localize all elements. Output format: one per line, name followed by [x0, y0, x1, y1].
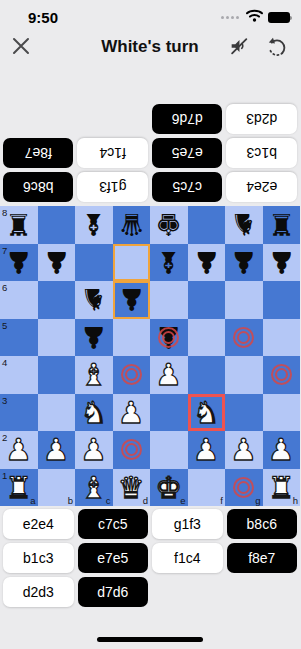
- file-label-f: f: [220, 495, 223, 506]
- black-bishop-e7[interactable]: ♝: [155, 244, 182, 281]
- reset-button[interactable]: [266, 35, 288, 60]
- move-button-b1c3-rotated[interactable]: b1c3: [227, 138, 298, 168]
- square-e2[interactable]: [150, 431, 188, 469]
- status-time: 9:50: [28, 9, 58, 26]
- rank-label-8: 8: [2, 207, 7, 218]
- white-bishop-c4[interactable]: ♝: [80, 356, 107, 393]
- square-h4[interactable]: [263, 356, 301, 394]
- move-button-d2d3[interactable]: d2d3: [3, 577, 74, 607]
- move-target-g5[interactable]: [233, 327, 254, 348]
- move-button-e2e4-rotated[interactable]: e2e4: [227, 172, 298, 202]
- mute-button[interactable]: [228, 35, 250, 60]
- black-pawn-g7[interactable]: ♟: [230, 244, 257, 281]
- square-g1[interactable]: g: [225, 469, 263, 507]
- square-b7[interactable]: ♟: [38, 244, 76, 282]
- square-a4[interactable]: 4: [0, 356, 38, 394]
- white-pawn-d3[interactable]: ♟: [118, 394, 145, 431]
- move-button-f8e7[interactable]: f8e7: [227, 543, 298, 573]
- square-d6[interactable]: ♟: [113, 281, 151, 319]
- white-king-e1[interactable]: ♚: [155, 469, 182, 506]
- square-b2[interactable]: ♟: [38, 431, 76, 469]
- square-g7[interactable]: ♟: [225, 244, 263, 282]
- move-button-g1f3-rotated[interactable]: g1f3: [78, 172, 149, 202]
- square-h2[interactable]: ♟: [263, 431, 301, 469]
- black-pawn-c5[interactable]: ♟: [80, 319, 107, 356]
- white-queen-d1[interactable]: ♛: [118, 469, 145, 506]
- square-a7[interactable]: 7♟: [0, 244, 38, 282]
- square-d7[interactable]: [113, 244, 151, 282]
- square-c2[interactable]: ♟: [75, 431, 113, 469]
- square-f8[interactable]: [188, 206, 226, 244]
- move-target-d2[interactable]: [121, 439, 142, 460]
- move-target-h4[interactable]: [271, 364, 292, 385]
- square-g8[interactable]: ♞: [225, 206, 263, 244]
- square-f5[interactable]: [188, 319, 226, 357]
- square-c6[interactable]: ♞: [75, 281, 113, 319]
- white-pawn-h2[interactable]: ♟: [268, 431, 295, 468]
- square-b1[interactable]: b: [38, 469, 76, 507]
- black-pawn-f7[interactable]: ♟: [193, 244, 220, 281]
- file-label-c: c: [106, 495, 111, 506]
- square-d5[interactable]: [113, 319, 151, 357]
- move-button-g1f3[interactable]: g1f3: [152, 509, 223, 539]
- square-d3[interactable]: ♟: [113, 394, 151, 432]
- square-f6[interactable]: [188, 281, 226, 319]
- reset-icon: [266, 35, 288, 60]
- black-pawn-b7[interactable]: ♟: [43, 244, 70, 281]
- white-knight-c3[interactable]: ♞: [80, 394, 107, 431]
- move-button-d7d6-rotated[interactable]: d7d6: [152, 104, 223, 134]
- black-queen-d8[interactable]: ♛: [118, 206, 145, 243]
- move-target-d4[interactable]: [121, 364, 142, 385]
- square-c3[interactable]: ♞: [75, 394, 113, 432]
- white-rook-h1[interactable]: ♜: [268, 469, 295, 506]
- rank-label-3: 3: [2, 395, 7, 406]
- rank-label-2: 2: [2, 432, 7, 443]
- move-button-d2d3-rotated[interactable]: d2d3: [227, 104, 298, 134]
- black-knight-c6[interactable]: ♞: [80, 281, 107, 318]
- square-b6[interactable]: [38, 281, 76, 319]
- square-h6[interactable]: [263, 281, 301, 319]
- home-indicator[interactable]: [97, 637, 203, 642]
- square-b5[interactable]: [38, 319, 76, 357]
- rank-label-4: 4: [2, 357, 7, 368]
- white-pawn-b2[interactable]: ♟: [43, 431, 70, 468]
- square-g6[interactable]: [225, 281, 263, 319]
- close-button[interactable]: [12, 37, 30, 58]
- square-c4[interactable]: ♝: [75, 356, 113, 394]
- status-bar: 9:50: [0, 0, 300, 28]
- file-label-b: b: [68, 495, 73, 506]
- cellular-signal-dots-icon: [221, 16, 239, 19]
- rank-label-1: 1: [2, 470, 7, 481]
- square-h8[interactable]: ♜: [263, 206, 301, 244]
- black-bishop-c8[interactable]: ♝: [80, 206, 107, 243]
- move-button-b8c6[interactable]: b8c6: [227, 509, 298, 539]
- square-g2[interactable]: ♟: [225, 431, 263, 469]
- white-bishop-c1[interactable]: ♝: [80, 469, 107, 506]
- square-e4[interactable]: ♟: [150, 356, 188, 394]
- white-pawn-e4[interactable]: ♟: [155, 356, 182, 393]
- white-pawn-f2[interactable]: ♟: [193, 431, 220, 468]
- battery-icon: [268, 12, 290, 23]
- rank-label-7: 7: [2, 245, 7, 256]
- chess-board: 8♜♝♛♚♞♜7♟♟♝♟♟♟6♞♟5♟♟4♝♟3♞♟♞2♟♟♟♟♟♟1a♜bc♝…: [0, 206, 300, 506]
- square-f4[interactable]: [188, 356, 226, 394]
- black-knight-g8[interactable]: ♞: [230, 206, 257, 243]
- square-a1[interactable]: 1a♜: [0, 469, 38, 507]
- square-g4[interactable]: [225, 356, 263, 394]
- square-d2[interactable]: [113, 431, 151, 469]
- rank-label-6: 6: [2, 282, 7, 293]
- white-rook-a1[interactable]: ♜: [5, 469, 32, 506]
- square-f2[interactable]: ♟: [188, 431, 226, 469]
- black-king-e8[interactable]: ♚: [155, 206, 182, 243]
- move-button-d7d6[interactable]: d7d6: [78, 577, 149, 607]
- rank-label-5: 5: [2, 320, 7, 331]
- square-d1[interactable]: d♛: [113, 469, 151, 507]
- status-icons: [221, 8, 290, 26]
- file-label-e: e: [180, 495, 185, 506]
- move-target-g1[interactable]: [233, 477, 254, 498]
- square-d4[interactable]: [113, 356, 151, 394]
- file-label-h: h: [293, 495, 298, 506]
- square-f7[interactable]: ♟: [188, 244, 226, 282]
- square-h1[interactable]: h♜: [263, 469, 301, 507]
- move-target-e5[interactable]: [158, 327, 179, 348]
- square-e1[interactable]: e♚: [150, 469, 188, 507]
- header: White's turn: [0, 28, 300, 66]
- move-button-b8c6-rotated[interactable]: b8c6: [3, 172, 74, 202]
- square-c7[interactable]: [75, 244, 113, 282]
- square-e6[interactable]: [150, 281, 188, 319]
- square-g3[interactable]: [225, 394, 263, 432]
- black-rook-h8[interactable]: ♜: [268, 206, 295, 243]
- white-knight-f3[interactable]: ♞: [193, 394, 220, 431]
- move-button-f1c4[interactable]: f1c4: [152, 543, 223, 573]
- move-button-f8e7-rotated[interactable]: f8e7: [3, 138, 74, 168]
- square-c5[interactable]: ♟: [75, 319, 113, 357]
- move-button-f1c4-rotated[interactable]: f1c4: [78, 138, 149, 168]
- black-rook-a8[interactable]: ♜: [5, 206, 32, 243]
- move-button-e7e5-rotated[interactable]: e7e5: [152, 138, 223, 168]
- white-pawn-c2[interactable]: ♟: [80, 431, 107, 468]
- square-e8[interactable]: ♚: [150, 206, 188, 244]
- move-button-e7e5[interactable]: e7e5: [78, 543, 149, 573]
- square-h3[interactable]: [263, 394, 301, 432]
- file-label-d: d: [143, 495, 148, 506]
- square-e5[interactable]: ♟: [150, 319, 188, 357]
- square-b3[interactable]: [38, 394, 76, 432]
- square-a6[interactable]: 6: [0, 281, 38, 319]
- square-f1[interactable]: f: [188, 469, 226, 507]
- white-pawn-a2[interactable]: ♟: [5, 431, 32, 468]
- square-b4[interactable]: [38, 356, 76, 394]
- square-c1[interactable]: c♝: [75, 469, 113, 507]
- square-d8[interactable]: ♛: [113, 206, 151, 244]
- square-a2[interactable]: 2♟: [0, 431, 38, 469]
- app-screen: 9:50 White's turn: [0, 0, 300, 649]
- square-h5[interactable]: [263, 319, 301, 357]
- wifi-icon: [246, 8, 263, 26]
- square-a3[interactable]: 3: [0, 394, 38, 432]
- square-h7[interactable]: ♟: [263, 244, 301, 282]
- mute-icon: [228, 35, 250, 60]
- square-g5[interactable]: [225, 319, 263, 357]
- square-e3[interactable]: [150, 394, 188, 432]
- move-button-c7c5-rotated[interactable]: c7c5: [152, 172, 223, 202]
- square-a5[interactable]: 5: [0, 319, 38, 357]
- white-pawn-g2[interactable]: ♟: [230, 431, 257, 468]
- close-icon: [12, 37, 30, 58]
- opponent-move-list: e2e4c7c5g1f3b8c6b1c3e7e5f1c4f8e7d2d3d7d6: [0, 104, 300, 202]
- square-a8[interactable]: 8♜: [0, 206, 38, 244]
- black-pawn-h7[interactable]: ♟: [268, 244, 295, 281]
- move-list: e2e4c7c5g1f3b8c6b1c3e7e5f1c4f8e7d2d3d7d6: [0, 509, 300, 607]
- square-f3[interactable]: ♞: [188, 394, 226, 432]
- move-button-c7c5[interactable]: c7c5: [78, 509, 149, 539]
- square-e7[interactable]: ♝: [150, 244, 188, 282]
- black-pawn-d6[interactable]: ♟: [118, 281, 145, 318]
- file-label-a: a: [30, 495, 35, 506]
- move-button-b1c3[interactable]: b1c3: [3, 543, 74, 573]
- black-pawn-a7[interactable]: ♟: [5, 244, 32, 281]
- file-label-g: g: [255, 495, 260, 506]
- move-button-e2e4[interactable]: e2e4: [3, 509, 74, 539]
- square-b8[interactable]: [38, 206, 76, 244]
- square-c8[interactable]: ♝: [75, 206, 113, 244]
